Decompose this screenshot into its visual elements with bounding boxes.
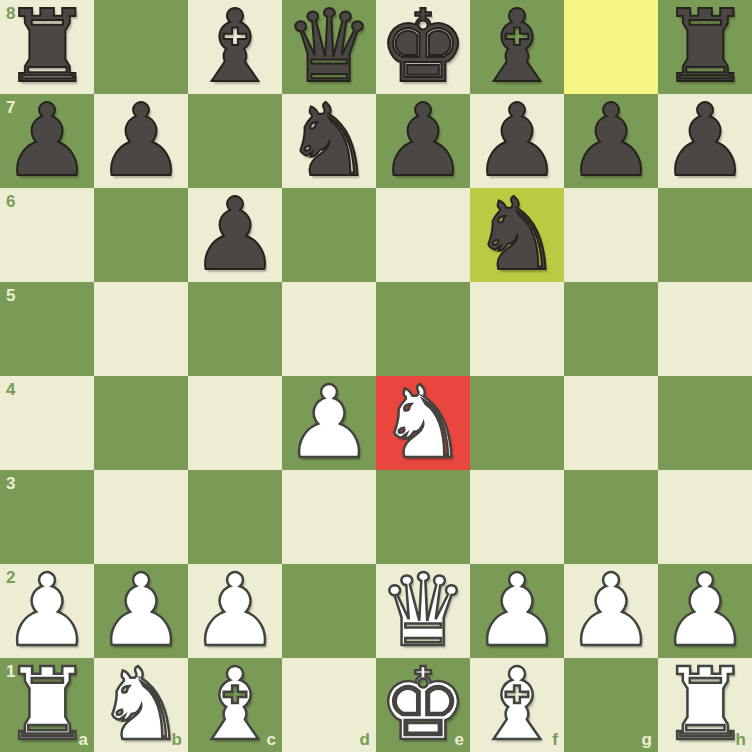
- square-e2[interactable]: ♛: [376, 564, 470, 658]
- square-h5[interactable]: [658, 282, 752, 376]
- square-e4[interactable]: ♞: [376, 376, 470, 470]
- square-h7[interactable]: ♟: [658, 94, 752, 188]
- square-g8[interactable]: [564, 0, 658, 94]
- piece-black-pawn[interactable]: ♟: [564, 94, 658, 188]
- piece-white-rook[interactable]: ♜: [0, 658, 94, 752]
- square-d2[interactable]: [282, 564, 376, 658]
- piece-white-pawn[interactable]: ♟: [282, 376, 376, 470]
- square-c5[interactable]: [188, 282, 282, 376]
- piece-white-pawn[interactable]: ♟: [564, 564, 658, 658]
- piece-white-pawn[interactable]: ♟: [0, 564, 94, 658]
- piece-black-knight[interactable]: ♞: [470, 188, 564, 282]
- piece-white-bishop[interactable]: ♝: [188, 658, 282, 752]
- square-e1[interactable]: e♚: [376, 658, 470, 752]
- piece-black-pawn[interactable]: ♟: [470, 94, 564, 188]
- piece-black-bishop[interactable]: ♝: [188, 0, 282, 94]
- piece-white-knight[interactable]: ♞: [376, 376, 470, 470]
- square-h2[interactable]: ♟: [658, 564, 752, 658]
- square-a1[interactable]: 1a♜: [0, 658, 94, 752]
- square-c4[interactable]: [188, 376, 282, 470]
- piece-black-pawn[interactable]: ♟: [376, 94, 470, 188]
- square-a4[interactable]: 4: [0, 376, 94, 470]
- piece-black-pawn[interactable]: ♟: [658, 94, 752, 188]
- piece-white-knight[interactable]: ♞: [94, 658, 188, 752]
- piece-white-pawn[interactable]: ♟: [470, 564, 564, 658]
- square-b3[interactable]: [94, 470, 188, 564]
- square-a6[interactable]: 6: [0, 188, 94, 282]
- square-f8[interactable]: ♝: [470, 0, 564, 94]
- square-c3[interactable]: [188, 470, 282, 564]
- square-c7[interactable]: [188, 94, 282, 188]
- piece-black-knight[interactable]: ♞: [282, 94, 376, 188]
- square-b7[interactable]: ♟: [94, 94, 188, 188]
- square-h1[interactable]: h♜: [658, 658, 752, 752]
- square-f1[interactable]: f♝: [470, 658, 564, 752]
- piece-black-pawn[interactable]: ♟: [0, 94, 94, 188]
- rank-label-5: 5: [6, 287, 15, 304]
- rank-label-6: 6: [6, 193, 15, 210]
- square-d8[interactable]: ♛: [282, 0, 376, 94]
- piece-white-king[interactable]: ♚: [376, 658, 470, 752]
- square-f3[interactable]: [470, 470, 564, 564]
- square-a5[interactable]: 5: [0, 282, 94, 376]
- square-b5[interactable]: [94, 282, 188, 376]
- square-h4[interactable]: [658, 376, 752, 470]
- square-b4[interactable]: [94, 376, 188, 470]
- rank-label-3: 3: [6, 475, 15, 492]
- square-g1[interactable]: g: [564, 658, 658, 752]
- square-f5[interactable]: [470, 282, 564, 376]
- square-e5[interactable]: [376, 282, 470, 376]
- piece-black-queen[interactable]: ♛: [282, 0, 376, 94]
- piece-black-rook[interactable]: ♜: [658, 0, 752, 94]
- square-a8[interactable]: 8♜: [0, 0, 94, 94]
- square-g3[interactable]: [564, 470, 658, 564]
- square-d3[interactable]: [282, 470, 376, 564]
- square-e3[interactable]: [376, 470, 470, 564]
- file-label-d: d: [360, 731, 370, 748]
- square-g4[interactable]: [564, 376, 658, 470]
- square-h3[interactable]: [658, 470, 752, 564]
- square-c1[interactable]: c♝: [188, 658, 282, 752]
- file-label-g: g: [642, 731, 652, 748]
- square-e6[interactable]: [376, 188, 470, 282]
- square-e7[interactable]: ♟: [376, 94, 470, 188]
- square-h6[interactable]: [658, 188, 752, 282]
- square-c8[interactable]: ♝: [188, 0, 282, 94]
- square-a2[interactable]: 2♟: [0, 564, 94, 658]
- square-b6[interactable]: [94, 188, 188, 282]
- chess-board: 8♜♝♛♚♝♜7♟♟♞♟♟♟♟6♟♞54♟♞32♟♟♟♛♟♟♟1a♜b♞c♝de…: [0, 0, 752, 752]
- square-h8[interactable]: ♜: [658, 0, 752, 94]
- square-a7[interactable]: 7♟: [0, 94, 94, 188]
- square-g6[interactable]: [564, 188, 658, 282]
- square-e8[interactable]: ♚: [376, 0, 470, 94]
- square-g5[interactable]: [564, 282, 658, 376]
- square-d5[interactable]: [282, 282, 376, 376]
- square-d7[interactable]: ♞: [282, 94, 376, 188]
- piece-white-pawn[interactable]: ♟: [658, 564, 752, 658]
- piece-white-bishop[interactable]: ♝: [470, 658, 564, 752]
- piece-black-pawn[interactable]: ♟: [94, 94, 188, 188]
- square-g2[interactable]: ♟: [564, 564, 658, 658]
- piece-black-rook[interactable]: ♜: [0, 0, 94, 94]
- square-f2[interactable]: ♟: [470, 564, 564, 658]
- square-b8[interactable]: [94, 0, 188, 94]
- piece-white-queen[interactable]: ♛: [376, 564, 470, 658]
- square-d1[interactable]: d: [282, 658, 376, 752]
- square-b2[interactable]: ♟: [94, 564, 188, 658]
- piece-black-bishop[interactable]: ♝: [470, 0, 564, 94]
- square-c2[interactable]: ♟: [188, 564, 282, 658]
- square-g7[interactable]: ♟: [564, 94, 658, 188]
- square-c6[interactable]: ♟: [188, 188, 282, 282]
- piece-white-rook[interactable]: ♜: [658, 658, 752, 752]
- square-f6[interactable]: ♞: [470, 188, 564, 282]
- square-d6[interactable]: [282, 188, 376, 282]
- square-f4[interactable]: [470, 376, 564, 470]
- rank-label-4: 4: [6, 381, 15, 398]
- piece-black-pawn[interactable]: ♟: [188, 188, 282, 282]
- square-b1[interactable]: b♞: [94, 658, 188, 752]
- square-f7[interactable]: ♟: [470, 94, 564, 188]
- piece-white-pawn[interactable]: ♟: [188, 564, 282, 658]
- piece-white-pawn[interactable]: ♟: [94, 564, 188, 658]
- square-a3[interactable]: 3: [0, 470, 94, 564]
- square-d4[interactable]: ♟: [282, 376, 376, 470]
- piece-black-king[interactable]: ♚: [376, 0, 470, 94]
